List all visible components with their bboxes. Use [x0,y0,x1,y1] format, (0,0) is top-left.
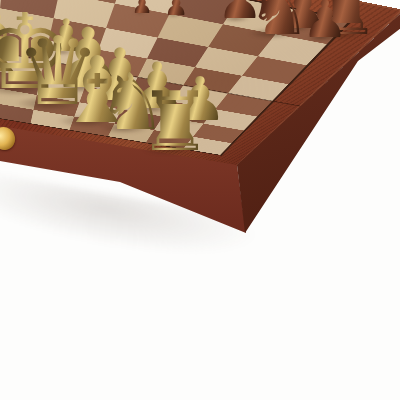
white-pawn: ♟ [164,0,189,19]
black-rook: ♜ [138,81,211,163]
pieces-layer: ♟♟♟♟♞♜♟♟♝♟♚♟♛♟♟♝♞♜ [0,0,400,400]
chess-photo-scene: ♟♟♟♟♞♜♟♟♝♟♚♟♛♟♟♝♞♜ [0,0,400,400]
white-pawn: ♟ [131,0,153,17]
white-pawn: ♟ [302,0,348,46]
